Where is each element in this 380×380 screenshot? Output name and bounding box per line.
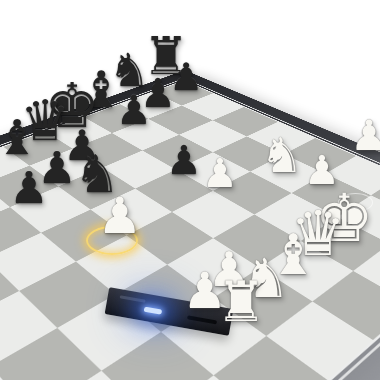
pieces-layer: ♜♞♟♝♟♟♚♛♟♝♟♞♟♟♟♟♞♟♟♚♛♝♟♞♟♜	[0, 0, 380, 380]
white-rook-a1[interactable]: ♜	[216, 274, 266, 330]
white-pawn-e4[interactable]: ♟	[202, 153, 238, 193]
white-pawn-c4[interactable]: ♟	[98, 191, 143, 241]
chessboard-photo: DGT ♜♞♟♝♟♟♚♛♟♝♟♞♟♟♟♟♞♟♟♚♛♝♟♞♟♜	[0, 0, 380, 380]
white-pawn-h2[interactable]: ♟	[350, 115, 380, 157]
black-pawn-e5[interactable]: ♟	[166, 140, 202, 180]
white-knight-f3[interactable]: ♞	[260, 131, 303, 179]
black-bishop-c8[interactable]: ♝	[0, 113, 39, 161]
black-pawn-f7[interactable]: ♟	[116, 90, 152, 130]
black-pawn-b6[interactable]: ♟	[9, 166, 48, 210]
